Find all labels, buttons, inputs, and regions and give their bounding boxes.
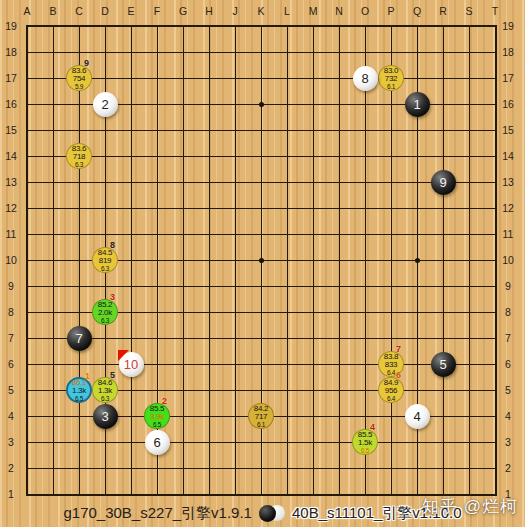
- star-point-K16: [259, 102, 264, 107]
- row-label-right-11: 11: [498, 228, 518, 240]
- column-label-Q: Q: [407, 5, 427, 17]
- column-label-P: P: [381, 5, 401, 17]
- row-label-left-4: 4: [1, 410, 21, 422]
- row-label-left-18: 18: [1, 46, 21, 58]
- row-label-right-2: 2: [498, 462, 518, 474]
- row-label-left-7: 7: [1, 332, 21, 344]
- candidate-rank-badge: 9: [84, 59, 89, 68]
- row-label-left-19: 19: [1, 20, 21, 32]
- analysis-circle-P5[interactable]: 84.99566.46: [378, 377, 404, 403]
- candidate-rank-badge: 5: [110, 371, 115, 380]
- analysis-circle-D10[interactable]: 84.58196.38: [92, 247, 118, 273]
- stone-white-Q4[interactable]: 4: [405, 404, 430, 429]
- row-label-left-1: 1: [1, 488, 21, 500]
- row-label-right-14: 14: [498, 150, 518, 162]
- candidate-rank-badge: 7: [396, 345, 401, 354]
- column-label-R: R: [433, 5, 453, 17]
- watermark: 知乎 @烂柯: [422, 495, 518, 518]
- row-label-right-8: 8: [498, 306, 518, 318]
- column-label-O: O: [355, 5, 375, 17]
- column-label-K: K: [251, 5, 271, 17]
- row-label-left-14: 14: [1, 150, 21, 162]
- candidate-rank-badge: 8: [110, 241, 115, 250]
- go-analysis-screenshot: ABCDEFGHJKLMNOPQRST191918181717161615151…: [0, 0, 525, 527]
- row-label-left-10: 10: [1, 254, 21, 266]
- analysis-circle-C17[interactable]: 83.67545.99: [66, 65, 92, 91]
- row-label-right-9: 9: [498, 280, 518, 292]
- row-label-right-16: 16: [498, 98, 518, 110]
- black-stone-icon: [259, 505, 276, 522]
- analysis-circle-D5[interactable]: 84.61.3k6.35: [92, 377, 118, 403]
- stone-black-R13[interactable]: 9: [431, 170, 456, 195]
- column-label-J: J: [225, 5, 245, 17]
- analysis-circle-O3[interactable]: 85.51.5k6.54: [352, 429, 378, 455]
- row-label-left-12: 12: [1, 202, 21, 214]
- stone-black-C7[interactable]: 7: [67, 326, 92, 351]
- column-label-L: L: [277, 5, 297, 17]
- column-label-H: H: [199, 5, 219, 17]
- row-label-left-16: 16: [1, 98, 21, 110]
- stone-white-O17[interactable]: 8: [353, 66, 378, 91]
- black-white-stones-icon: [259, 505, 285, 522]
- row-label-right-3: 3: [498, 436, 518, 448]
- row-label-right-5: 5: [498, 384, 518, 396]
- row-label-left-17: 17: [1, 72, 21, 84]
- row-label-left-9: 9: [1, 280, 21, 292]
- row-label-right-10: 10: [498, 254, 518, 266]
- last-move-red-triangle-icon: [118, 350, 129, 361]
- candidate-rank-badge: 2: [162, 397, 167, 406]
- star-point-K10: [259, 258, 264, 263]
- candidate-rank-badge: 1: [85, 372, 90, 381]
- column-label-M: M: [303, 5, 323, 17]
- analysis-circle-P17[interactable]: 83.07326.1: [378, 65, 404, 91]
- column-label-C: C: [69, 5, 89, 17]
- row-label-left-5: 5: [1, 384, 21, 396]
- row-label-left-8: 8: [1, 306, 21, 318]
- row-label-right-19: 19: [498, 20, 518, 32]
- candidate-rank-badge: 6: [396, 371, 401, 380]
- row-label-right-15: 15: [498, 124, 518, 136]
- row-label-right-18: 18: [498, 46, 518, 58]
- stone-black-R6[interactable]: 5: [431, 352, 456, 377]
- analysis-circle-C5[interactable]: 86.11.3k6.51: [66, 377, 92, 403]
- row-label-right-17: 17: [498, 72, 518, 84]
- analysis-circle-K4[interactable]: 84.27176.1: [248, 403, 274, 429]
- column-label-N: N: [329, 5, 349, 17]
- column-label-G: G: [173, 5, 193, 17]
- analysis-circle-D8[interactable]: 85.22.0k6.33: [92, 299, 118, 325]
- row-label-right-12: 12: [498, 202, 518, 214]
- row-label-left-3: 3: [1, 436, 21, 448]
- row-label-right-4: 4: [498, 410, 518, 422]
- black-engine-name: g170_30B_s227_引擎v1.9.1: [63, 504, 251, 523]
- candidate-rank-badge: 3: [110, 293, 115, 302]
- column-label-A: A: [17, 5, 37, 17]
- stone-black-Q16[interactable]: 1: [405, 92, 430, 117]
- star-point-Q10: [415, 258, 420, 263]
- analysis-circle-C14[interactable]: 83.67186.3: [66, 143, 92, 169]
- column-label-T: T: [485, 5, 505, 17]
- column-label-E: E: [121, 5, 141, 17]
- row-label-left-6: 6: [1, 358, 21, 370]
- column-label-F: F: [147, 5, 167, 17]
- column-label-S: S: [459, 5, 479, 17]
- stone-white-D16[interactable]: 2: [93, 92, 118, 117]
- candidate-rank-badge: 4: [370, 423, 375, 432]
- row-label-right-13: 13: [498, 176, 518, 188]
- column-label-B: B: [43, 5, 63, 17]
- row-label-left-11: 11: [1, 228, 21, 240]
- row-label-right-7: 7: [498, 332, 518, 344]
- row-label-left-13: 13: [1, 176, 21, 188]
- stone-white-F3[interactable]: 6: [145, 430, 170, 455]
- row-label-right-6: 6: [498, 358, 518, 370]
- analysis-circle-F4[interactable]: 85.53.9k6.52: [144, 403, 170, 429]
- row-label-left-2: 2: [1, 462, 21, 474]
- column-label-D: D: [95, 5, 115, 17]
- row-label-left-15: 15: [1, 124, 21, 136]
- stone-black-D4[interactable]: 3: [93, 404, 118, 429]
